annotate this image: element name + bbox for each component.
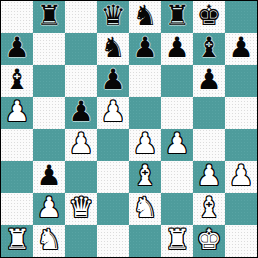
square-f4[interactable]: ♟ — [161, 129, 193, 161]
square-g7[interactable]: ♝ — [193, 33, 225, 65]
square-g1[interactable]: ♚ — [193, 225, 225, 257]
square-c2[interactable]: ♛ — [65, 193, 97, 225]
square-h4[interactable] — [225, 129, 257, 161]
square-g5[interactable] — [193, 97, 225, 129]
square-a3[interactable] — [1, 161, 33, 193]
square-d5[interactable]: ♟ — [97, 97, 129, 129]
white-knight-e2[interactable]: ♞ — [132, 194, 157, 222]
square-b8[interactable]: ♜ — [33, 1, 65, 33]
square-e3[interactable]: ♝ — [129, 161, 161, 193]
square-b3[interactable]: ♟ — [33, 161, 65, 193]
square-d7[interactable]: ♞ — [97, 33, 129, 65]
square-a4[interactable] — [1, 129, 33, 161]
square-h2[interactable] — [225, 193, 257, 225]
white-king-g1[interactable]: ♚ — [196, 226, 221, 254]
chess-board: ♜♛♞♜♚♟♞♟♟♝♟♝♟♟♟♟♟♟♟♟♟♝♟♟♟♛♞♝♜♞♜♚ — [1, 1, 257, 257]
square-c8[interactable] — [65, 1, 97, 33]
square-e7[interactable]: ♟ — [129, 33, 161, 65]
square-a6[interactable]: ♝ — [1, 65, 33, 97]
black-pawn-g6[interactable]: ♟ — [196, 66, 221, 94]
black-pawn-a7[interactable]: ♟ — [4, 34, 29, 62]
white-knight-b1[interactable]: ♞ — [36, 226, 61, 254]
square-a8[interactable] — [1, 1, 33, 33]
square-b1[interactable]: ♞ — [33, 225, 65, 257]
white-pawn-e4[interactable]: ♟ — [132, 130, 157, 158]
white-bishop-g2[interactable]: ♝ — [196, 194, 221, 222]
square-d2[interactable] — [97, 193, 129, 225]
white-pawn-g3[interactable]: ♟ — [196, 162, 221, 190]
square-e1[interactable] — [129, 225, 161, 257]
square-a5[interactable]: ♟ — [1, 97, 33, 129]
black-pawn-f7[interactable]: ♟ — [164, 34, 189, 62]
black-king-g8[interactable]: ♚ — [196, 2, 221, 30]
square-e2[interactable]: ♞ — [129, 193, 161, 225]
square-f8[interactable]: ♜ — [161, 1, 193, 33]
square-h7[interactable]: ♟ — [225, 33, 257, 65]
square-d6[interactable]: ♟ — [97, 65, 129, 97]
square-g8[interactable]: ♚ — [193, 1, 225, 33]
square-h1[interactable] — [225, 225, 257, 257]
black-bishop-a6[interactable]: ♝ — [4, 66, 29, 94]
black-knight-d7[interactable]: ♞ — [100, 34, 125, 62]
square-e8[interactable]: ♞ — [129, 1, 161, 33]
square-b7[interactable] — [33, 33, 65, 65]
white-pawn-c4[interactable]: ♟ — [68, 130, 93, 158]
black-pawn-e7[interactable]: ♟ — [132, 34, 157, 62]
square-g3[interactable]: ♟ — [193, 161, 225, 193]
white-queen-c2[interactable]: ♛ — [68, 194, 93, 222]
black-queen-d8[interactable]: ♛ — [100, 2, 125, 30]
white-rook-a1[interactable]: ♜ — [4, 226, 29, 254]
black-pawn-h7[interactable]: ♟ — [228, 34, 253, 62]
white-pawn-f4[interactable]: ♟ — [164, 130, 189, 158]
square-c5[interactable]: ♟ — [65, 97, 97, 129]
square-f1[interactable]: ♜ — [161, 225, 193, 257]
square-a7[interactable]: ♟ — [1, 33, 33, 65]
black-rook-f8[interactable]: ♜ — [164, 2, 189, 30]
square-e6[interactable] — [129, 65, 161, 97]
black-rook-b8[interactable]: ♜ — [36, 2, 61, 30]
white-rook-f1[interactable]: ♜ — [164, 226, 189, 254]
square-d4[interactable] — [97, 129, 129, 161]
square-d3[interactable] — [97, 161, 129, 193]
square-g4[interactable] — [193, 129, 225, 161]
square-c4[interactable]: ♟ — [65, 129, 97, 161]
chess-board-frame: ♜♛♞♜♚♟♞♟♟♝♟♝♟♟♟♟♟♟♟♟♟♝♟♟♟♛♞♝♜♞♜♚ — [0, 0, 258, 258]
square-b5[interactable] — [33, 97, 65, 129]
white-pawn-a5[interactable]: ♟ — [4, 98, 29, 126]
square-h5[interactable] — [225, 97, 257, 129]
square-h6[interactable] — [225, 65, 257, 97]
square-a2[interactable] — [1, 193, 33, 225]
square-b2[interactable]: ♟ — [33, 193, 65, 225]
square-e5[interactable] — [129, 97, 161, 129]
square-a1[interactable]: ♜ — [1, 225, 33, 257]
square-c7[interactable] — [65, 33, 97, 65]
black-pawn-b3[interactable]: ♟ — [36, 162, 61, 190]
square-d8[interactable]: ♛ — [97, 1, 129, 33]
square-h8[interactable] — [225, 1, 257, 33]
square-f2[interactable] — [161, 193, 193, 225]
square-f6[interactable] — [161, 65, 193, 97]
white-pawn-h3[interactable]: ♟ — [228, 162, 253, 190]
square-d1[interactable] — [97, 225, 129, 257]
white-pawn-d5[interactable]: ♟ — [100, 98, 125, 126]
square-e4[interactable]: ♟ — [129, 129, 161, 161]
square-f7[interactable]: ♟ — [161, 33, 193, 65]
square-f3[interactable] — [161, 161, 193, 193]
square-h3[interactable]: ♟ — [225, 161, 257, 193]
square-c3[interactable] — [65, 161, 97, 193]
black-pawn-c5[interactable]: ♟ — [68, 98, 93, 126]
black-pawn-d6[interactable]: ♟ — [100, 66, 125, 94]
square-f5[interactable] — [161, 97, 193, 129]
square-b4[interactable] — [33, 129, 65, 161]
black-knight-e8[interactable]: ♞ — [132, 2, 157, 30]
square-g6[interactable]: ♟ — [193, 65, 225, 97]
black-bishop-g7[interactable]: ♝ — [196, 34, 221, 62]
white-bishop-e3[interactable]: ♝ — [132, 162, 157, 190]
square-c1[interactable] — [65, 225, 97, 257]
square-b6[interactable] — [33, 65, 65, 97]
white-pawn-b2[interactable]: ♟ — [36, 194, 61, 222]
square-g2[interactable]: ♝ — [193, 193, 225, 225]
square-c6[interactable] — [65, 65, 97, 97]
